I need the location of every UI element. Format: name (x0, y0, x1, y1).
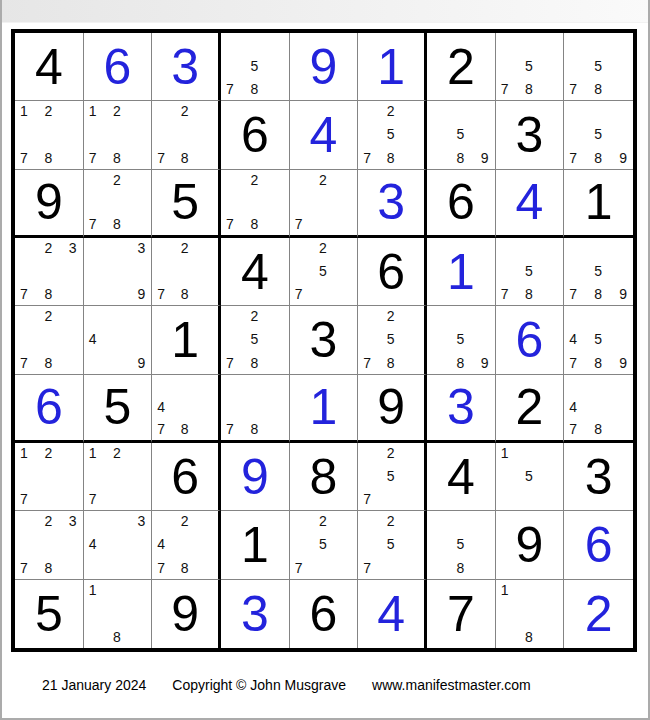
cell-r5c5[interactable]: 3 (290, 306, 359, 374)
cell-r1c6[interactable]: 1 (358, 33, 427, 101)
pencil-mark: 7 (569, 82, 577, 96)
pencil-mark: 2 (250, 309, 258, 323)
pencil-mark: 8 (181, 287, 189, 301)
cell-r7c9[interactable]: 3 (564, 443, 633, 511)
given-digit: 1 (585, 177, 613, 227)
pencil-mark: 8 (44, 561, 52, 575)
pencil-mark: 2 (44, 514, 52, 528)
given-digit: 9 (377, 382, 405, 432)
pencil-mark: 7 (226, 422, 234, 436)
pencil-mark: 7 (226, 356, 234, 370)
pencil-mark: 7 (569, 356, 577, 370)
pencil-mark: 8 (44, 287, 52, 301)
pencil-marks: 578 (569, 36, 627, 96)
pencil-marks: 127 (89, 446, 146, 506)
pencil-marks: 2578 (363, 104, 418, 164)
cell-r5c4[interactable]: 2578 (221, 306, 290, 374)
pencil-mark: 8 (456, 356, 464, 370)
pencil-marks: 78 (226, 378, 283, 436)
pencil-mark: 2 (113, 173, 121, 187)
pencil-mark: 1 (89, 446, 97, 460)
cell-r4c4[interactable]: 4 (221, 238, 290, 306)
solved-digit: 3 (241, 589, 269, 639)
cell-r9c8[interactable]: 18 (496, 580, 565, 648)
pencil-mark: 3 (138, 241, 146, 255)
given-digit: 5 (104, 382, 132, 432)
pencil-mark: 5 (456, 537, 464, 551)
given-digit: 1 (171, 315, 199, 365)
pencil-mark: 9 (138, 356, 146, 370)
pencil-marks: 1278 (89, 104, 146, 164)
pencil-mark: 7 (501, 287, 509, 301)
cell-r1c9[interactable]: 578 (564, 33, 633, 101)
pencil-marks: 2478 (157, 514, 212, 574)
pencil-marks: 5789 (569, 104, 627, 164)
pencil-mark: 7 (226, 217, 234, 231)
cell-r5c7[interactable]: 589 (427, 306, 496, 374)
pencil-mark: 7 (20, 492, 28, 506)
pencil-mark: 4 (157, 400, 165, 414)
footer-website: www.manifestmaster.com (372, 677, 531, 693)
cell-r2c3[interactable]: 278 (152, 101, 221, 169)
given-digit: 2 (516, 382, 544, 432)
pencil-mark: 7 (20, 561, 28, 575)
pencil-marks: 578 (226, 36, 283, 96)
pencil-mark: 2 (44, 309, 52, 323)
cell-r3c5[interactable]: 27 (290, 170, 359, 238)
given-digit: 9 (171, 589, 199, 639)
pencil-marks: 589 (432, 104, 489, 164)
pencil-mark: 1 (89, 583, 97, 597)
solved-digit: 4 (377, 589, 405, 639)
pencil-mark: 4 (569, 400, 577, 414)
pencil-mark: 8 (113, 151, 121, 165)
pencil-mark: 2 (387, 104, 395, 118)
pencil-mark: 5 (525, 469, 533, 483)
cell-r3c2[interactable]: 278 (84, 170, 153, 238)
pencil-mark: 5 (319, 264, 327, 278)
pencil-mark: 5 (387, 537, 395, 551)
footer-date: 21 January 2024 (42, 677, 146, 693)
given-digit: 2 (447, 42, 475, 92)
pencil-marks: 127 (20, 446, 77, 506)
pencil-marks: 478 (157, 378, 212, 436)
pencil-marks: 278 (226, 173, 283, 231)
given-digit: 7 (447, 589, 475, 639)
pencil-mark: 2 (44, 446, 52, 460)
pencil-marks: 578 (501, 36, 558, 96)
page-left-edge (0, 0, 2, 720)
pencil-mark: 5 (319, 537, 327, 551)
cell-r1c8[interactable]: 578 (496, 33, 565, 101)
cell-r7c6[interactable]: 257 (358, 443, 427, 511)
pencil-mark: 8 (250, 217, 258, 231)
cell-r5c1[interactable]: 278 (15, 306, 84, 374)
pencil-mark: 2 (250, 173, 258, 187)
cell-r7c8[interactable]: 15 (496, 443, 565, 511)
pencil-mark: 1 (20, 446, 28, 460)
cell-r6c3[interactable]: 478 (152, 375, 221, 443)
cell-r4c5[interactable]: 257 (290, 238, 359, 306)
pencil-mark: 7 (363, 151, 371, 165)
cell-r2c6[interactable]: 2578 (358, 101, 427, 169)
pencil-mark: 7 (89, 217, 97, 231)
pencil-marks: 15 (501, 446, 558, 506)
cell-r6c4[interactable]: 78 (221, 375, 290, 443)
window-top-bar (0, 0, 650, 23)
pencil-mark: 2 (319, 514, 327, 528)
cell-r8c9[interactable]: 6 (564, 511, 633, 579)
pencil-mark: 7 (295, 287, 303, 301)
cell-r2c7[interactable]: 589 (427, 101, 496, 169)
cell-r9c3[interactable]: 9 (152, 580, 221, 648)
cell-r2c4[interactable]: 6 (221, 101, 290, 169)
given-digit: 6 (447, 177, 475, 227)
cell-r6c7[interactable]: 3 (427, 375, 496, 443)
pencil-mark: 9 (619, 151, 627, 165)
pencil-marks: 2378 (20, 241, 77, 301)
pencil-marks: 5789 (569, 241, 627, 301)
solved-digit: 9 (241, 452, 269, 502)
cell-r7c5[interactable]: 8 (290, 443, 359, 511)
pencil-mark: 8 (594, 287, 602, 301)
cell-r6c2[interactable]: 5 (84, 375, 153, 443)
pencil-mark: 2 (44, 241, 52, 255)
pencil-marks: 589 (432, 309, 489, 369)
cell-r6c5[interactable]: 1 (290, 375, 359, 443)
cell-r3c4[interactable]: 278 (221, 170, 290, 238)
pencil-marks: 39 (89, 241, 146, 301)
cell-r4c7[interactable]: 1 (427, 238, 496, 306)
cell-r5c2[interactable]: 49 (84, 306, 153, 374)
cell-r1c4[interactable]: 578 (221, 33, 290, 101)
pencil-mark: 3 (138, 514, 146, 528)
solved-digit: 6 (516, 315, 544, 365)
solved-digit: 1 (310, 382, 338, 432)
pencil-mark: 2 (181, 104, 189, 118)
solved-digit: 6 (585, 520, 613, 570)
pencil-mark: 2 (181, 241, 189, 255)
pencil-mark: 8 (181, 422, 189, 436)
pencil-mark: 5 (456, 127, 464, 141)
pencil-marks: 2578 (226, 309, 283, 369)
cell-r5c6[interactable]: 2578 (358, 306, 427, 374)
solved-digit: 9 (310, 42, 338, 92)
pencil-mark: 7 (569, 422, 577, 436)
pencil-mark: 8 (456, 561, 464, 575)
pencil-mark: 7 (20, 287, 28, 301)
pencil-mark: 5 (594, 127, 602, 141)
pencil-mark: 9 (138, 287, 146, 301)
cell-r2c5[interactable]: 4 (290, 101, 359, 169)
solved-digit: 4 (310, 110, 338, 160)
cell-r3c8[interactable]: 4 (496, 170, 565, 238)
pencil-mark: 7 (363, 356, 371, 370)
pencil-mark: 2 (387, 514, 395, 528)
pencil-mark: 4 (569, 332, 577, 346)
pencil-marks: 58 (432, 514, 489, 574)
cell-r3c6[interactable]: 3 (358, 170, 427, 238)
footer-copyright: Copyright © John Musgrave (172, 677, 346, 693)
pencil-mark: 8 (250, 356, 258, 370)
cell-r4c2[interactable]: 39 (84, 238, 153, 306)
pencil-mark: 8 (250, 82, 258, 96)
pencil-mark: 8 (387, 151, 395, 165)
pencil-mark: 7 (501, 82, 509, 96)
solved-digit: 1 (447, 247, 475, 297)
pencil-mark: 7 (295, 217, 303, 231)
cell-r2c2[interactable]: 1278 (84, 101, 153, 169)
given-digit: 6 (171, 452, 199, 502)
pencil-marks: 257 (363, 446, 418, 506)
pencil-mark: 2 (387, 309, 395, 323)
cell-r9c6[interactable]: 4 (358, 580, 427, 648)
solved-digit: 1 (377, 42, 405, 92)
pencil-mark: 4 (157, 537, 165, 551)
pencil-mark: 5 (594, 332, 602, 346)
cell-r7c7[interactable]: 4 (427, 443, 496, 511)
given-digit: 1 (241, 520, 269, 570)
pencil-mark: 8 (113, 217, 121, 231)
cell-r9c4[interactable]: 3 (221, 580, 290, 648)
pencil-mark: 7 (226, 82, 234, 96)
pencil-mark: 4 (89, 332, 97, 346)
pencil-mark: 7 (20, 356, 28, 370)
cell-r8c6[interactable]: 257 (358, 511, 427, 579)
pencil-mark: 8 (44, 356, 52, 370)
pencil-mark: 5 (525, 59, 533, 73)
pencil-mark: 8 (525, 287, 533, 301)
given-digit: 6 (241, 110, 269, 160)
pencil-mark: 8 (594, 82, 602, 96)
pencil-mark: 1 (501, 583, 509, 597)
solved-digit: 6 (104, 42, 132, 92)
pencil-mark: 8 (181, 151, 189, 165)
pencil-mark: 7 (89, 492, 97, 506)
pencil-mark: 7 (89, 151, 97, 165)
cell-r6c6[interactable]: 9 (358, 375, 427, 443)
pencil-marks: 45789 (569, 309, 627, 369)
cell-r2c1[interactable]: 1278 (15, 101, 84, 169)
footer: 21 January 2024 Copyright © John Musgrav… (42, 677, 531, 693)
given-digit: 4 (35, 42, 63, 92)
pencil-mark: 8 (594, 151, 602, 165)
cell-r1c2[interactable]: 6 (84, 33, 153, 101)
cell-r8c4[interactable]: 1 (221, 511, 290, 579)
pencil-mark: 5 (387, 127, 395, 141)
cell-r3c9[interactable]: 1 (564, 170, 633, 238)
solved-digit: 3 (447, 382, 475, 432)
pencil-mark: 7 (157, 287, 165, 301)
cell-r7c1[interactable]: 127 (15, 443, 84, 511)
pencil-mark: 1 (89, 104, 97, 118)
pencil-mark: 2 (387, 446, 395, 460)
pencil-mark: 9 (481, 356, 489, 370)
pencil-mark: 2 (181, 514, 189, 528)
pencil-mark: 7 (363, 492, 371, 506)
cell-r3c3[interactable]: 5 (152, 170, 221, 238)
pencil-mark: 5 (456, 332, 464, 346)
cell-r5c3[interactable]: 1 (152, 306, 221, 374)
pencil-mark: 8 (594, 422, 602, 436)
pencil-mark: 8 (525, 630, 533, 644)
cell-r9c5[interactable]: 6 (290, 580, 359, 648)
pencil-mark: 8 (181, 561, 189, 575)
pencil-mark: 7 (295, 561, 303, 575)
given-digit: 6 (310, 589, 338, 639)
given-digit: 3 (516, 110, 544, 160)
pencil-mark: 7 (363, 561, 371, 575)
pencil-mark: 9 (481, 151, 489, 165)
cell-r7c2[interactable]: 127 (84, 443, 153, 511)
cell-r2c8[interactable]: 3 (496, 101, 565, 169)
pencil-mark: 7 (569, 151, 577, 165)
pencil-mark: 2 (319, 173, 327, 187)
pencil-mark: 3 (69, 241, 77, 255)
solved-digit: 6 (35, 382, 63, 432)
cell-r9c1[interactable]: 5 (15, 580, 84, 648)
sudoku-grid: 4635789125785781278127827864257858935789… (11, 29, 637, 652)
cell-r1c1[interactable]: 4 (15, 33, 84, 101)
pencil-mark: 8 (525, 82, 533, 96)
cell-r5c8[interactable]: 6 (496, 306, 565, 374)
pencil-marks: 18 (89, 583, 146, 644)
pencil-mark: 5 (250, 59, 258, 73)
given-digit: 3 (310, 315, 338, 365)
pencil-mark: 1 (20, 104, 28, 118)
cell-r5c9[interactable]: 45789 (564, 306, 633, 374)
given-digit: 5 (171, 177, 199, 227)
pencil-mark: 7 (157, 422, 165, 436)
cell-r8c3[interactable]: 2478 (152, 511, 221, 579)
pencil-mark: 7 (157, 561, 165, 575)
pencil-mark: 8 (44, 151, 52, 165)
solved-digit: 4 (516, 177, 544, 227)
cell-r8c5[interactable]: 257 (290, 511, 359, 579)
pencil-marks: 49 (89, 309, 146, 369)
pencil-mark: 8 (113, 630, 121, 644)
pencil-marks: 578 (501, 241, 558, 301)
given-digit: 9 (516, 520, 544, 570)
cell-r4c9[interactable]: 5789 (564, 238, 633, 306)
solved-digit: 2 (585, 589, 613, 639)
solved-digit: 3 (171, 42, 199, 92)
cell-r4c8[interactable]: 578 (496, 238, 565, 306)
cell-r8c1[interactable]: 2378 (15, 511, 84, 579)
pencil-mark: 7 (569, 287, 577, 301)
pencil-mark: 8 (250, 422, 258, 436)
given-digit: 6 (377, 247, 405, 297)
cell-r8c2[interactable]: 34 (84, 511, 153, 579)
pencil-mark: 8 (594, 356, 602, 370)
pencil-marks: 278 (20, 309, 77, 369)
cell-r1c7[interactable]: 2 (427, 33, 496, 101)
pencil-marks: 27 (295, 173, 352, 231)
given-digit: 8 (310, 452, 338, 502)
pencil-mark: 5 (594, 264, 602, 278)
pencil-mark: 4 (89, 537, 97, 551)
given-digit: 5 (35, 589, 63, 639)
pencil-marks: 34 (89, 514, 146, 574)
cell-r4c3[interactable]: 278 (152, 238, 221, 306)
cell-r1c3[interactable]: 3 (152, 33, 221, 101)
pencil-mark: 7 (157, 151, 165, 165)
pencil-marks: 18 (501, 583, 558, 644)
pencil-mark: 2 (44, 104, 52, 118)
pencil-mark: 2 (113, 446, 121, 460)
pencil-mark: 5 (525, 264, 533, 278)
cell-r4c1[interactable]: 2378 (15, 238, 84, 306)
pencil-mark: 2 (319, 241, 327, 255)
pencil-mark: 8 (387, 356, 395, 370)
cell-r9c2[interactable]: 18 (84, 580, 153, 648)
pencil-marks: 2578 (363, 309, 418, 369)
pencil-marks: 257 (295, 241, 352, 301)
pencil-marks: 478 (569, 378, 627, 436)
cell-r1c5[interactable]: 9 (290, 33, 359, 101)
cell-r3c7[interactable]: 6 (427, 170, 496, 238)
pencil-marks: 257 (295, 514, 352, 574)
cell-r6c1[interactable]: 6 (15, 375, 84, 443)
pencil-mark: 8 (456, 151, 464, 165)
pencil-mark: 1 (501, 446, 509, 460)
cell-r7c3[interactable]: 6 (152, 443, 221, 511)
pencil-marks: 278 (157, 241, 212, 301)
pencil-mark: 5 (250, 332, 258, 346)
given-digit: 4 (241, 247, 269, 297)
pencil-marks: 257 (363, 514, 418, 574)
pencil-marks: 2378 (20, 514, 77, 574)
cell-r3c1[interactable]: 9 (15, 170, 84, 238)
pencil-marks: 278 (157, 104, 212, 164)
given-digit: 3 (585, 452, 613, 502)
pencil-mark: 9 (619, 287, 627, 301)
cell-r9c7[interactable]: 7 (427, 580, 496, 648)
cell-r4c6[interactable]: 6 (358, 238, 427, 306)
cell-r9c9[interactable]: 2 (564, 580, 633, 648)
pencil-marks: 278 (89, 173, 146, 231)
cell-r7c4[interactable]: 9 (221, 443, 290, 511)
cell-r6c8[interactable]: 2 (496, 375, 565, 443)
pencil-mark: 9 (619, 356, 627, 370)
solved-digit: 3 (377, 177, 405, 227)
cell-r6c9[interactable]: 478 (564, 375, 633, 443)
pencil-marks: 1278 (20, 104, 77, 164)
pencil-mark: 3 (69, 514, 77, 528)
pencil-mark: 5 (387, 469, 395, 483)
given-digit: 9 (35, 177, 63, 227)
cell-r8c8[interactable]: 9 (496, 511, 565, 579)
pencil-mark: 5 (387, 332, 395, 346)
pencil-mark: 2 (113, 104, 121, 118)
given-digit: 4 (447, 452, 475, 502)
cell-r2c9[interactable]: 5789 (564, 101, 633, 169)
pencil-mark: 7 (20, 151, 28, 165)
cell-r8c7[interactable]: 58 (427, 511, 496, 579)
pencil-mark: 5 (594, 59, 602, 73)
